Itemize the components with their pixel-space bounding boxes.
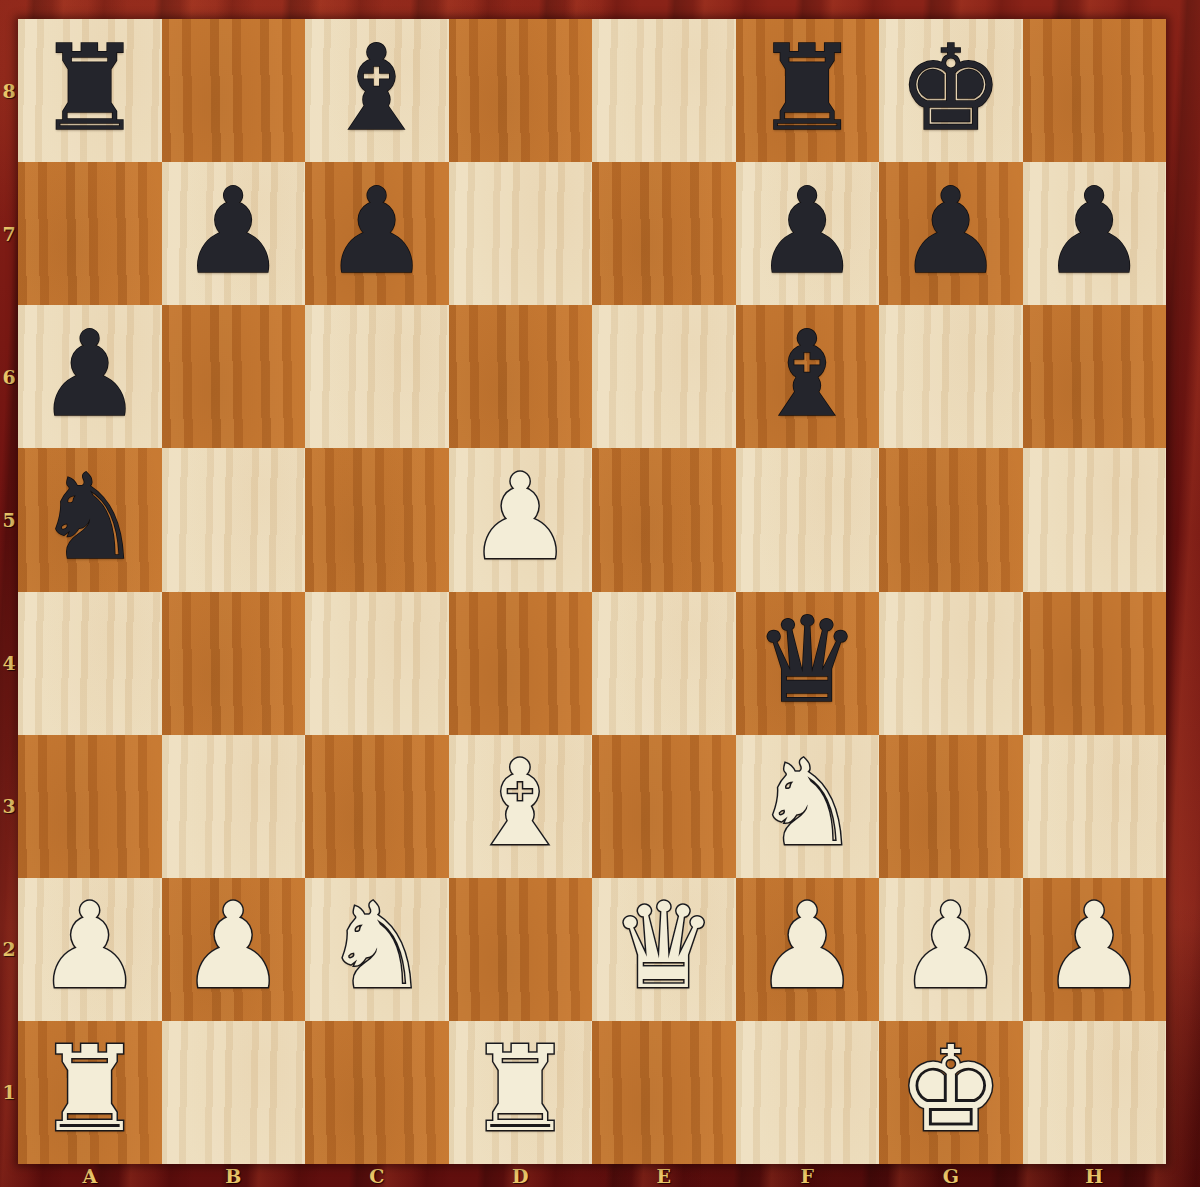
piece-white-knight-f3[interactable]: ♞	[754, 744, 860, 862]
square-h5[interactable]	[1023, 448, 1167, 591]
square-g6[interactable]	[879, 305, 1023, 448]
square-h6[interactable]	[1023, 305, 1167, 448]
piece-black-king-g8[interactable]: ♚	[898, 29, 1004, 147]
square-c8[interactable]: ♝	[305, 19, 449, 162]
piece-black-pawn-h7[interactable]: ♟	[1041, 172, 1147, 290]
square-d8[interactable]	[449, 19, 593, 162]
square-e8[interactable]	[592, 19, 736, 162]
rank-label-1: 1	[0, 1021, 18, 1164]
square-b2[interactable]: ♟	[162, 878, 306, 1021]
file-label-c: C	[305, 1164, 449, 1187]
piece-white-rook-d1[interactable]: ♜	[467, 1030, 573, 1148]
square-e1[interactable]	[592, 1021, 736, 1164]
rank-labels: 87654321	[0, 19, 18, 1164]
piece-black-knight-a5[interactable]: ♞	[37, 458, 143, 576]
file-label-d: D	[449, 1164, 593, 1187]
piece-black-queen-f4[interactable]: ♛	[754, 601, 860, 719]
square-f1[interactable]	[736, 1021, 880, 1164]
square-g8[interactable]: ♚	[879, 19, 1023, 162]
square-f8[interactable]: ♜	[736, 19, 880, 162]
piece-black-pawn-b7[interactable]: ♟	[180, 172, 286, 290]
square-a2[interactable]: ♟	[18, 878, 162, 1021]
file-label-h: H	[1023, 1164, 1167, 1187]
square-d2[interactable]	[449, 878, 593, 1021]
square-h2[interactable]: ♟	[1023, 878, 1167, 1021]
square-a4[interactable]	[18, 592, 162, 735]
square-h3[interactable]	[1023, 735, 1167, 878]
square-c5[interactable]	[305, 448, 449, 591]
square-f3[interactable]: ♞	[736, 735, 880, 878]
square-e3[interactable]	[592, 735, 736, 878]
file-label-a: A	[18, 1164, 162, 1187]
square-d5[interactable]: ♟	[449, 448, 593, 591]
square-b4[interactable]	[162, 592, 306, 735]
piece-white-pawn-h2[interactable]: ♟	[1041, 887, 1147, 1005]
file-labels: ABCDEFGH	[18, 1164, 1166, 1187]
square-e2[interactable]: ♛	[592, 878, 736, 1021]
square-c6[interactable]	[305, 305, 449, 448]
square-h1[interactable]	[1023, 1021, 1167, 1164]
square-c4[interactable]	[305, 592, 449, 735]
rank-label-8: 8	[0, 19, 18, 162]
square-h7[interactable]: ♟	[1023, 162, 1167, 305]
rank-label-3: 3	[0, 735, 18, 878]
square-h4[interactable]	[1023, 592, 1167, 735]
square-g5[interactable]	[879, 448, 1023, 591]
square-b5[interactable]	[162, 448, 306, 591]
piece-black-bishop-c8[interactable]: ♝	[324, 29, 430, 147]
square-e4[interactable]	[592, 592, 736, 735]
square-f4[interactable]: ♛	[736, 592, 880, 735]
square-b6[interactable]	[162, 305, 306, 448]
square-g7[interactable]: ♟	[879, 162, 1023, 305]
piece-white-pawn-a2[interactable]: ♟	[37, 887, 143, 1005]
square-h8[interactable]	[1023, 19, 1167, 162]
piece-black-pawn-a6[interactable]: ♟	[37, 315, 143, 433]
chess-board-frame: 87654321 ABCDEFGH ♜♝♜♚♟♟♟♟♟♟♝♞♟♛♝♞♟♟♞♛♟♟…	[0, 0, 1200, 1187]
square-a7[interactable]	[18, 162, 162, 305]
square-e6[interactable]	[592, 305, 736, 448]
square-a8[interactable]: ♜	[18, 19, 162, 162]
square-g1[interactable]: ♚	[879, 1021, 1023, 1164]
piece-white-queen-e2[interactable]: ♛	[611, 887, 717, 1005]
square-e7[interactable]	[592, 162, 736, 305]
square-g3[interactable]	[879, 735, 1023, 878]
square-d3[interactable]: ♝	[449, 735, 593, 878]
piece-white-bishop-d3[interactable]: ♝	[467, 744, 573, 862]
square-c2[interactable]: ♞	[305, 878, 449, 1021]
rank-label-7: 7	[0, 162, 18, 305]
file-label-g: G	[879, 1164, 1023, 1187]
piece-white-pawn-f2[interactable]: ♟	[754, 887, 860, 1005]
piece-black-pawn-g7[interactable]: ♟	[898, 172, 1004, 290]
square-a6[interactable]: ♟	[18, 305, 162, 448]
piece-white-pawn-g2[interactable]: ♟	[898, 887, 1004, 1005]
piece-black-pawn-f7[interactable]: ♟	[754, 172, 860, 290]
square-d4[interactable]	[449, 592, 593, 735]
square-f2[interactable]: ♟	[736, 878, 880, 1021]
square-d6[interactable]	[449, 305, 593, 448]
piece-white-rook-a1[interactable]: ♜	[37, 1030, 143, 1148]
square-e5[interactable]	[592, 448, 736, 591]
file-label-e: E	[592, 1164, 736, 1187]
square-d1[interactable]: ♜	[449, 1021, 593, 1164]
square-g4[interactable]	[879, 592, 1023, 735]
square-d7[interactable]	[449, 162, 593, 305]
square-b1[interactable]	[162, 1021, 306, 1164]
piece-white-pawn-d5[interactable]: ♟	[467, 458, 573, 576]
square-a5[interactable]: ♞	[18, 448, 162, 591]
piece-black-bishop-f6[interactable]: ♝	[754, 315, 860, 433]
square-f5[interactable]	[736, 448, 880, 591]
piece-white-king-g1[interactable]: ♚	[898, 1030, 1004, 1148]
square-b7[interactable]: ♟	[162, 162, 306, 305]
rank-label-4: 4	[0, 592, 18, 735]
piece-black-pawn-c7[interactable]: ♟	[324, 172, 430, 290]
piece-black-rook-f8[interactable]: ♜	[754, 29, 860, 147]
square-c1[interactable]	[305, 1021, 449, 1164]
piece-white-knight-c2[interactable]: ♞	[324, 887, 430, 1005]
rank-label-2: 2	[0, 878, 18, 1021]
square-g2[interactable]: ♟	[879, 878, 1023, 1021]
square-c7[interactable]: ♟	[305, 162, 449, 305]
square-f7[interactable]: ♟	[736, 162, 880, 305]
file-label-f: F	[736, 1164, 880, 1187]
file-label-b: B	[162, 1164, 306, 1187]
square-f6[interactable]: ♝	[736, 305, 880, 448]
square-c3[interactable]	[305, 735, 449, 878]
square-a1[interactable]: ♜	[18, 1021, 162, 1164]
square-a3[interactable]	[18, 735, 162, 878]
piece-black-rook-a8[interactable]: ♜	[37, 29, 143, 147]
piece-white-pawn-b2[interactable]: ♟	[180, 887, 286, 1005]
square-b8[interactable]	[162, 19, 306, 162]
chess-board: ♜♝♜♚♟♟♟♟♟♟♝♞♟♛♝♞♟♟♞♛♟♟♟♜♜♚	[18, 19, 1166, 1164]
rank-label-6: 6	[0, 305, 18, 448]
square-b3[interactable]	[162, 735, 306, 878]
rank-label-5: 5	[0, 448, 18, 591]
